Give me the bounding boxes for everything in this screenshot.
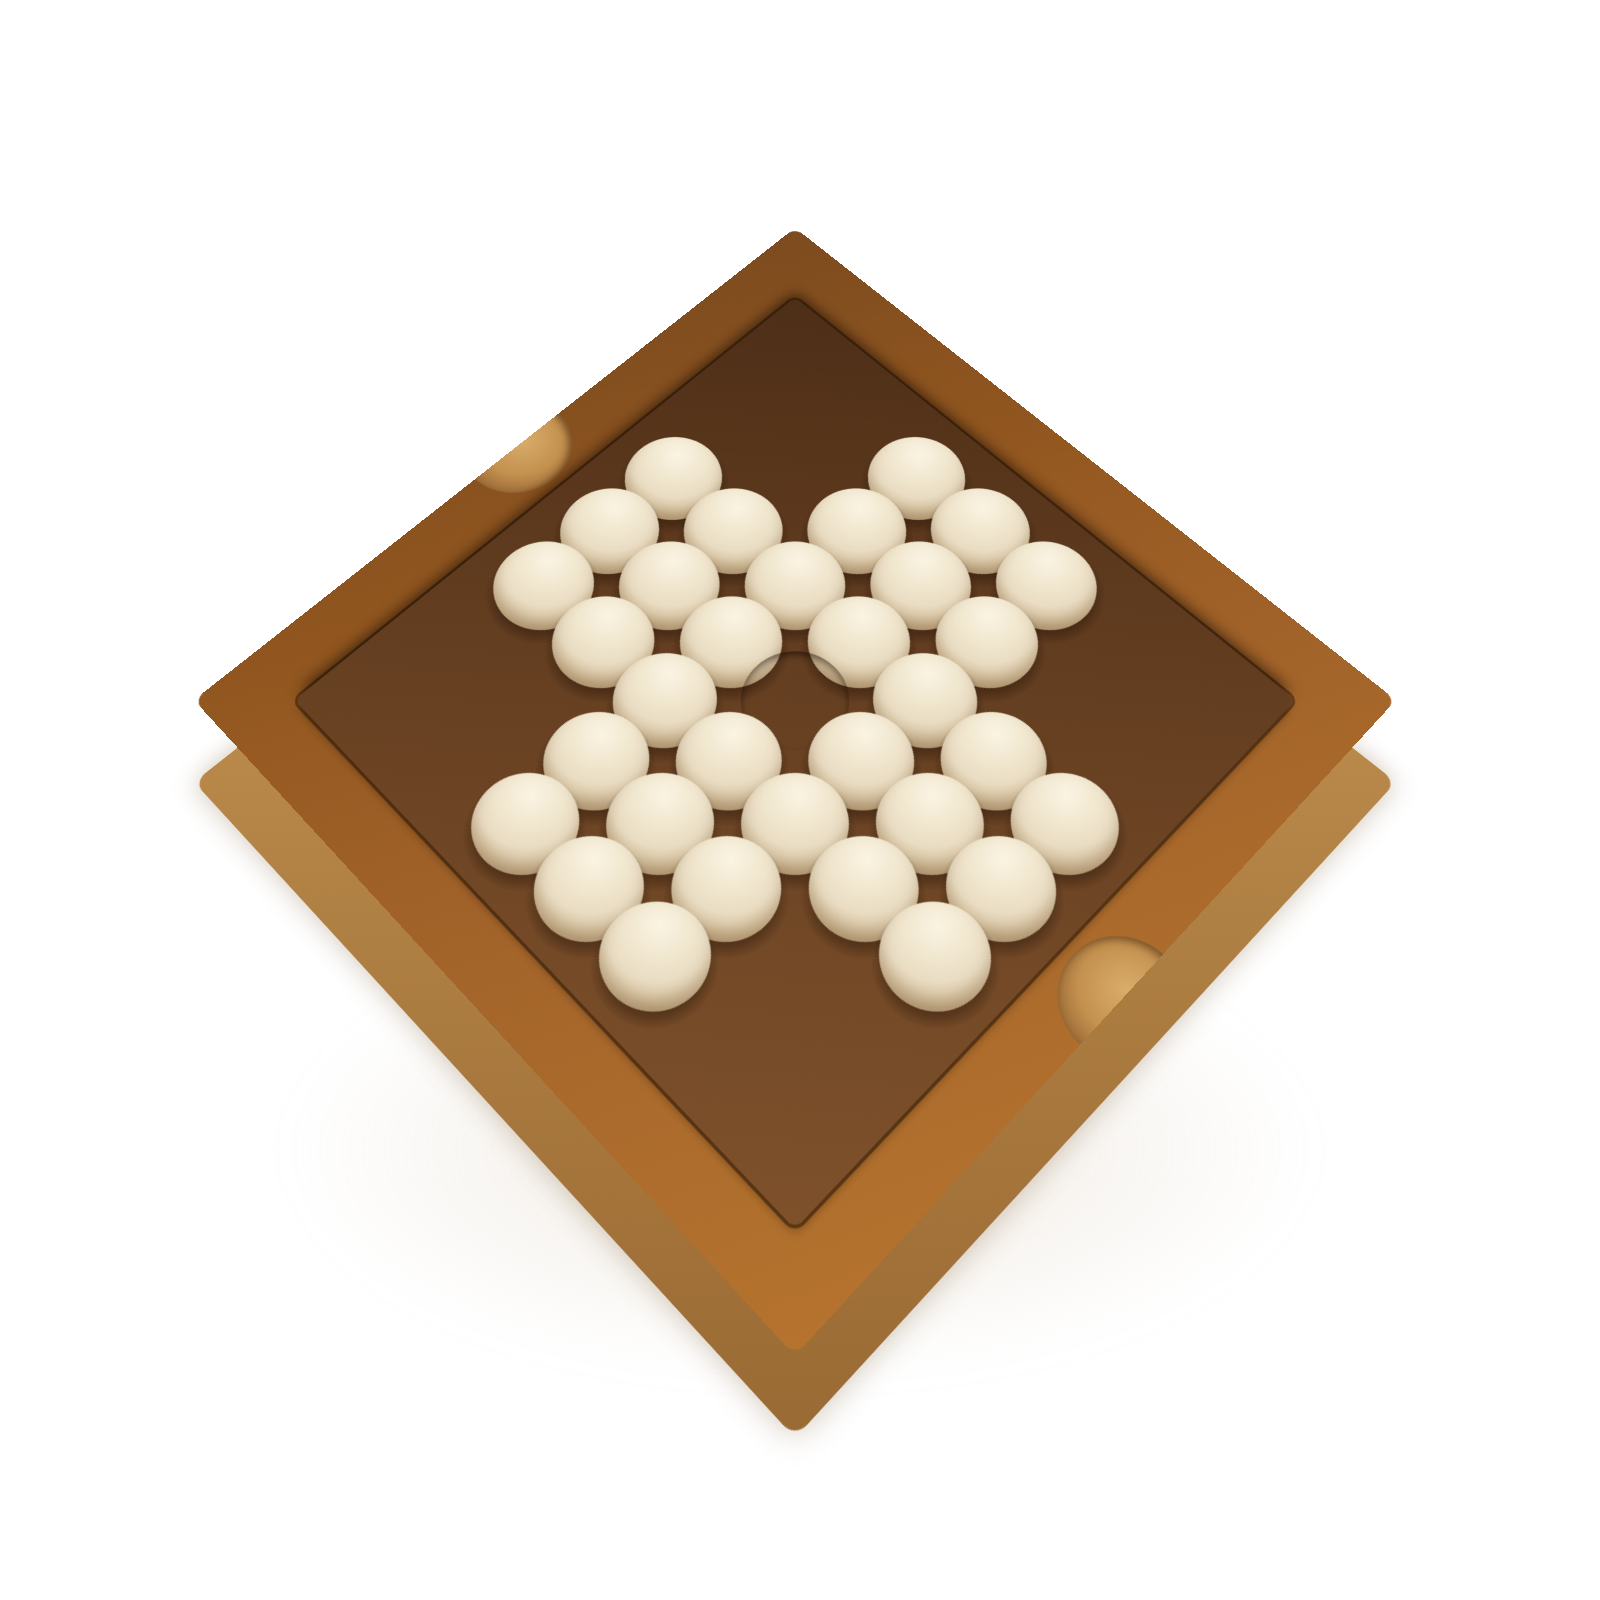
- product-photo-scene: [0, 0, 1600, 1600]
